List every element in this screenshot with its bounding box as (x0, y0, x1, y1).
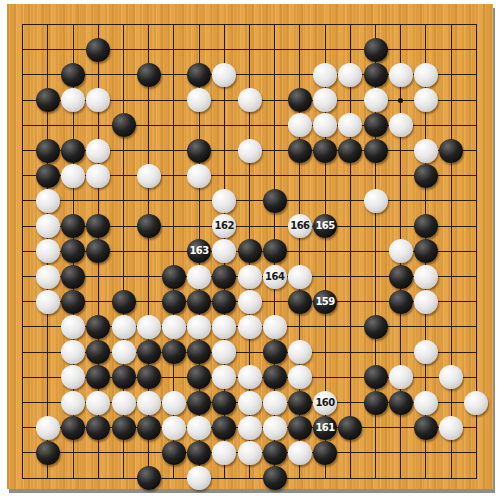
black-stone (61, 416, 85, 440)
white-stone (36, 290, 60, 314)
white-stone (414, 290, 438, 314)
white-stone (238, 139, 262, 163)
white-stone (288, 441, 312, 465)
black-stone (86, 416, 110, 440)
black-stone (364, 113, 388, 137)
white-stone (61, 340, 85, 364)
white-stone (212, 340, 236, 364)
white-stone (364, 189, 388, 213)
black-stone (187, 340, 211, 364)
white-stone (364, 88, 388, 112)
black-stone (162, 290, 186, 314)
white-stone (212, 239, 236, 263)
white-stone (414, 340, 438, 364)
black-stone-move-161: 161 (313, 416, 337, 440)
black-stone (414, 239, 438, 263)
white-stone (238, 416, 262, 440)
white-stone (238, 315, 262, 339)
black-stone (36, 88, 60, 112)
white-stone (439, 416, 463, 440)
white-stone (36, 239, 60, 263)
black-stone (86, 315, 110, 339)
white-stone (162, 391, 186, 415)
black-stone (238, 239, 262, 263)
white-stone (238, 265, 262, 289)
white-stone (263, 416, 287, 440)
black-stone (86, 239, 110, 263)
white-stone (187, 265, 211, 289)
black-stone (61, 290, 85, 314)
white-stone (187, 88, 211, 112)
white-stone (414, 265, 438, 289)
white-stone (288, 340, 312, 364)
white-stone-move-166: 166 (288, 214, 312, 238)
black-stone (338, 416, 362, 440)
white-stone (36, 214, 60, 238)
black-stone (414, 416, 438, 440)
white-stone (238, 391, 262, 415)
white-stone (212, 315, 236, 339)
white-stone (162, 315, 186, 339)
black-stone (137, 365, 161, 389)
white-stone (238, 88, 262, 112)
black-stone (338, 139, 362, 163)
white-stone (313, 63, 337, 87)
black-stone (364, 38, 388, 62)
black-stone-move-163: 163 (187, 239, 211, 263)
white-stone (187, 416, 211, 440)
white-stone (288, 113, 312, 137)
black-stone (414, 164, 438, 188)
white-stone-move-160: 160 (313, 391, 337, 415)
white-stone (238, 290, 262, 314)
white-stone (464, 391, 488, 415)
black-stone (263, 441, 287, 465)
white-stone-move-164: 164 (263, 265, 287, 289)
go-board[interactable]: 162166165163164159160161 (7, 4, 493, 489)
black-stone (389, 391, 413, 415)
black-stone (263, 466, 287, 490)
black-stone (86, 38, 110, 62)
black-stone (288, 290, 312, 314)
black-stone (313, 441, 337, 465)
white-stone (36, 416, 60, 440)
white-stone (86, 391, 110, 415)
white-stone (414, 63, 438, 87)
white-stone (61, 164, 85, 188)
black-stone (61, 63, 85, 87)
black-stone (364, 63, 388, 87)
black-stone (112, 113, 136, 137)
black-stone (137, 466, 161, 490)
white-stone (389, 365, 413, 389)
black-stone (187, 365, 211, 389)
grid-line-vertical (350, 24, 351, 479)
white-stone (288, 365, 312, 389)
black-stone (187, 391, 211, 415)
white-stone (137, 391, 161, 415)
black-stone (61, 139, 85, 163)
white-stone (212, 63, 236, 87)
white-stone (86, 139, 110, 163)
white-stone (137, 315, 161, 339)
black-stone (288, 88, 312, 112)
black-stone (137, 416, 161, 440)
black-stone (187, 441, 211, 465)
white-stone (212, 189, 236, 213)
black-stone (162, 340, 186, 364)
black-stone (112, 416, 136, 440)
white-stone (112, 340, 136, 364)
black-stone (61, 214, 85, 238)
black-stone (162, 441, 186, 465)
white-stone (389, 113, 413, 137)
white-stone (86, 164, 110, 188)
black-stone (389, 265, 413, 289)
white-stone (338, 113, 362, 137)
white-stone (212, 441, 236, 465)
black-stone (187, 290, 211, 314)
black-stone (137, 214, 161, 238)
black-stone (36, 441, 60, 465)
grid-line-vertical (451, 24, 452, 479)
white-stone (187, 466, 211, 490)
black-stone (61, 239, 85, 263)
black-stone (212, 416, 236, 440)
black-stone (36, 164, 60, 188)
black-stone (414, 214, 438, 238)
white-stone (313, 88, 337, 112)
black-stone (112, 290, 136, 314)
white-stone (137, 164, 161, 188)
black-stone (263, 365, 287, 389)
white-stone (288, 265, 312, 289)
black-stone (313, 139, 337, 163)
black-stone (263, 189, 287, 213)
white-stone (61, 391, 85, 415)
white-stone (389, 239, 413, 263)
white-stone (389, 63, 413, 87)
black-stone (389, 290, 413, 314)
black-stone (364, 391, 388, 415)
black-stone (212, 290, 236, 314)
black-stone-move-165: 165 (313, 214, 337, 238)
black-stone (86, 340, 110, 364)
white-stone (263, 315, 287, 339)
black-stone (86, 214, 110, 238)
white-stone (238, 441, 262, 465)
black-stone (263, 340, 287, 364)
white-stone (112, 391, 136, 415)
black-stone (187, 139, 211, 163)
white-stone (439, 365, 463, 389)
black-stone (364, 365, 388, 389)
black-stone (288, 391, 312, 415)
black-stone (187, 63, 211, 87)
white-stone (414, 88, 438, 112)
white-stone (414, 139, 438, 163)
white-stone (61, 315, 85, 339)
black-stone (263, 239, 287, 263)
black-stone (162, 265, 186, 289)
black-stone (36, 139, 60, 163)
black-stone (137, 63, 161, 87)
grid-line-horizontal (22, 478, 477, 479)
white-stone (263, 391, 287, 415)
star-point (398, 98, 403, 103)
white-stone (187, 315, 211, 339)
white-stone (162, 416, 186, 440)
black-stone (112, 365, 136, 389)
black-stone (212, 391, 236, 415)
black-stone-move-159: 159 (313, 290, 337, 314)
screenshot-frame: 162166165163164159160161 (0, 0, 500, 500)
black-stone (288, 139, 312, 163)
black-stone (212, 265, 236, 289)
white-stone (187, 164, 211, 188)
black-stone (364, 315, 388, 339)
white-stone (61, 365, 85, 389)
black-stone (86, 365, 110, 389)
white-stone (414, 391, 438, 415)
white-stone (212, 365, 236, 389)
black-stone (439, 139, 463, 163)
white-stone (112, 315, 136, 339)
white-stone (61, 88, 85, 112)
white-stone (238, 365, 262, 389)
white-stone (338, 63, 362, 87)
white-stone (36, 265, 60, 289)
white-stone (86, 88, 110, 112)
white-stone-move-162: 162 (212, 214, 236, 238)
white-stone (313, 113, 337, 137)
black-stone (137, 340, 161, 364)
black-stone (364, 139, 388, 163)
black-stone (288, 416, 312, 440)
black-stone (61, 265, 85, 289)
white-stone (36, 189, 60, 213)
